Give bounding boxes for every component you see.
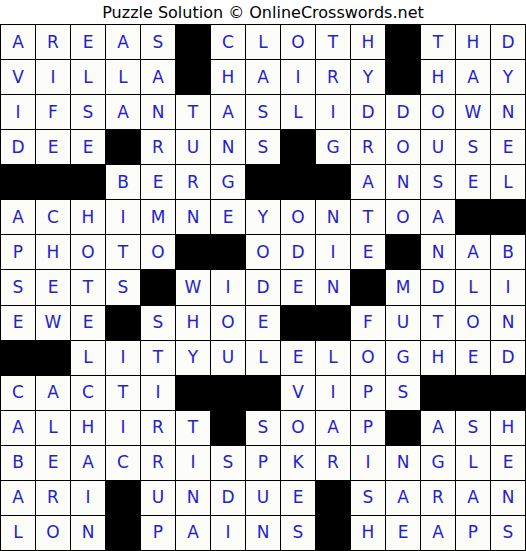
letter-cell: A bbox=[1, 200, 35, 234]
black-cell bbox=[176, 25, 210, 59]
letter-cell: E bbox=[491, 446, 525, 480]
black-cell bbox=[421, 376, 455, 410]
letter-cell: A bbox=[36, 376, 70, 410]
letter-cell: S bbox=[1, 270, 35, 304]
letter-cell: I bbox=[211, 516, 245, 550]
black-cell bbox=[386, 25, 420, 59]
letter-cell: I bbox=[36, 60, 70, 94]
letter-cell: B bbox=[491, 235, 525, 269]
letter-cell: T bbox=[316, 25, 350, 59]
letter-cell: O bbox=[421, 95, 455, 129]
letter-cell: C bbox=[106, 446, 140, 480]
letter-cell: P bbox=[456, 516, 490, 550]
letter-cell: R bbox=[36, 25, 70, 59]
letter-cell: E bbox=[1, 306, 35, 340]
letter-cell: O bbox=[211, 306, 245, 340]
letter-cell: A bbox=[106, 25, 140, 59]
letter-cell: D bbox=[246, 270, 280, 304]
letter-cell: L bbox=[246, 25, 280, 59]
letter-cell: A bbox=[351, 165, 385, 199]
letter-cell: L bbox=[246, 341, 280, 375]
letter-cell: U bbox=[176, 130, 210, 164]
letter-cell: S bbox=[386, 376, 420, 410]
letter-cell: I bbox=[176, 446, 210, 480]
letter-cell: S bbox=[246, 95, 280, 129]
letter-cell: E bbox=[456, 341, 490, 375]
letter-cell: W bbox=[456, 95, 490, 129]
letter-cell: D bbox=[211, 481, 245, 515]
letter-cell: E bbox=[36, 270, 70, 304]
letter-cell: L bbox=[491, 165, 525, 199]
letter-cell: D bbox=[491, 25, 525, 59]
letter-cell: S bbox=[351, 481, 385, 515]
letter-cell: I bbox=[316, 235, 350, 269]
letter-cell: N bbox=[141, 95, 175, 129]
black-cell bbox=[456, 200, 490, 234]
letter-cell: I bbox=[71, 481, 105, 515]
letter-cell: C bbox=[211, 25, 245, 59]
letter-cell: O bbox=[386, 130, 420, 164]
black-cell bbox=[386, 235, 420, 269]
letter-cell: N bbox=[491, 481, 525, 515]
letter-cell: I bbox=[211, 270, 245, 304]
black-cell bbox=[316, 165, 350, 199]
letter-cell: I bbox=[351, 446, 385, 480]
black-cell bbox=[491, 376, 525, 410]
letter-cell: N bbox=[71, 516, 105, 550]
letter-cell: R bbox=[421, 481, 455, 515]
black-cell bbox=[316, 306, 350, 340]
black-cell bbox=[176, 376, 210, 410]
page-title: Puzzle Solution © OnlineCrosswords.net bbox=[0, 0, 526, 24]
letter-cell: N bbox=[491, 95, 525, 129]
letter-cell: A bbox=[1, 411, 35, 445]
letter-cell: H bbox=[421, 341, 455, 375]
letter-cell: S bbox=[456, 411, 490, 445]
letter-cell: A bbox=[316, 411, 350, 445]
letter-cell: T bbox=[141, 341, 175, 375]
letter-cell: O bbox=[71, 235, 105, 269]
letter-cell: U bbox=[246, 481, 280, 515]
black-cell bbox=[246, 165, 280, 199]
black-cell bbox=[316, 481, 350, 515]
letter-cell: N bbox=[176, 200, 210, 234]
black-cell bbox=[106, 481, 140, 515]
letter-cell: T bbox=[421, 25, 455, 59]
letter-cell: R bbox=[316, 446, 350, 480]
letter-cell: H bbox=[176, 306, 210, 340]
letter-cell: S bbox=[106, 270, 140, 304]
letter-cell: I bbox=[491, 270, 525, 304]
crossword-grid: AREASCLOTHTHDVILLAHAIRYHAYIFSANTASLIDDOW… bbox=[0, 24, 526, 551]
letter-cell: O bbox=[281, 411, 315, 445]
letter-cell: A bbox=[71, 446, 105, 480]
letter-cell: V bbox=[1, 60, 35, 94]
black-cell bbox=[351, 270, 385, 304]
letter-cell: R bbox=[141, 411, 175, 445]
letter-cell: E bbox=[211, 200, 245, 234]
letter-cell: D bbox=[281, 235, 315, 269]
letter-cell: S bbox=[246, 130, 280, 164]
letter-cell: U bbox=[211, 341, 245, 375]
letter-cell: N bbox=[421, 235, 455, 269]
black-cell bbox=[281, 306, 315, 340]
letter-cell: N bbox=[176, 481, 210, 515]
letter-cell: S bbox=[246, 411, 280, 445]
letter-cell: N bbox=[316, 200, 350, 234]
letter-cell: U bbox=[386, 306, 420, 340]
black-cell bbox=[456, 376, 490, 410]
letter-cell: N bbox=[491, 306, 525, 340]
letter-cell: S bbox=[71, 95, 105, 129]
letter-cell: A bbox=[176, 516, 210, 550]
black-cell bbox=[36, 341, 70, 375]
letter-cell: E bbox=[456, 165, 490, 199]
black-cell bbox=[316, 516, 350, 550]
letter-cell: E bbox=[281, 341, 315, 375]
letter-cell: A bbox=[421, 411, 455, 445]
letter-cell: S bbox=[456, 130, 490, 164]
letter-cell: E bbox=[386, 516, 420, 550]
letter-cell: N bbox=[386, 165, 420, 199]
letter-cell: T bbox=[176, 411, 210, 445]
letter-cell: T bbox=[351, 200, 385, 234]
letter-cell: C bbox=[36, 200, 70, 234]
letter-cell: V bbox=[281, 376, 315, 410]
letter-cell: L bbox=[1, 516, 35, 550]
letter-cell: A bbox=[1, 481, 35, 515]
letter-cell: A bbox=[1, 25, 35, 59]
letter-cell: H bbox=[71, 411, 105, 445]
letter-cell: D bbox=[351, 95, 385, 129]
letter-cell: I bbox=[141, 376, 175, 410]
black-cell bbox=[386, 411, 420, 445]
letter-cell: A bbox=[456, 235, 490, 269]
letter-cell: R bbox=[36, 481, 70, 515]
black-cell bbox=[71, 165, 105, 199]
letter-cell: H bbox=[421, 60, 455, 94]
letter-cell: A bbox=[456, 481, 490, 515]
letter-cell: Y bbox=[246, 200, 280, 234]
letter-cell: I bbox=[1, 95, 35, 129]
letter-cell: O bbox=[141, 235, 175, 269]
letter-cell: O bbox=[281, 25, 315, 59]
letter-cell: F bbox=[351, 306, 385, 340]
letter-cell: H bbox=[491, 411, 525, 445]
letter-cell: S bbox=[421, 165, 455, 199]
letter-cell: P bbox=[351, 411, 385, 445]
letter-cell: H bbox=[351, 516, 385, 550]
letter-cell: L bbox=[71, 341, 105, 375]
black-cell bbox=[211, 376, 245, 410]
letter-cell: O bbox=[36, 516, 70, 550]
letter-cell: I bbox=[106, 200, 140, 234]
letter-cell: A bbox=[386, 481, 420, 515]
letter-cell: A bbox=[141, 60, 175, 94]
letter-cell: A bbox=[421, 200, 455, 234]
letter-cell: P bbox=[246, 446, 280, 480]
letter-cell: R bbox=[316, 60, 350, 94]
letter-cell: R bbox=[141, 130, 175, 164]
letter-cell: N bbox=[386, 446, 420, 480]
letter-cell: G bbox=[386, 341, 420, 375]
letter-cell: P bbox=[141, 516, 175, 550]
letter-cell: E bbox=[281, 481, 315, 515]
letter-cell: A bbox=[211, 95, 245, 129]
letter-cell: G bbox=[211, 165, 245, 199]
letter-cell: L bbox=[36, 411, 70, 445]
letter-cell: R bbox=[176, 165, 210, 199]
letter-cell: K bbox=[281, 446, 315, 480]
letter-cell: E bbox=[491, 130, 525, 164]
letter-cell: N bbox=[316, 270, 350, 304]
black-cell bbox=[106, 130, 140, 164]
letter-cell: W bbox=[176, 270, 210, 304]
letter-cell: L bbox=[456, 446, 490, 480]
letter-cell: E bbox=[281, 270, 315, 304]
letter-cell: W bbox=[36, 306, 70, 340]
letter-cell: Y bbox=[176, 341, 210, 375]
letter-cell: S bbox=[491, 516, 525, 550]
letter-cell: E bbox=[246, 306, 280, 340]
letter-cell: O bbox=[351, 341, 385, 375]
black-cell bbox=[1, 341, 35, 375]
letter-cell: H bbox=[36, 235, 70, 269]
letter-cell: O bbox=[456, 306, 490, 340]
letter-cell: E bbox=[141, 165, 175, 199]
letter-cell: L bbox=[71, 60, 105, 94]
letter-cell: S bbox=[141, 25, 175, 59]
letter-cell: F bbox=[36, 95, 70, 129]
letter-cell: R bbox=[351, 130, 385, 164]
letter-cell: L bbox=[456, 270, 490, 304]
letter-cell: H bbox=[211, 60, 245, 94]
letter-cell: U bbox=[421, 130, 455, 164]
letter-cell: D bbox=[1, 130, 35, 164]
letter-cell: E bbox=[71, 25, 105, 59]
puzzle-solution-page: Puzzle Solution © OnlineCrosswords.net A… bbox=[0, 0, 526, 551]
letter-cell: E bbox=[351, 235, 385, 269]
letter-cell: P bbox=[1, 235, 35, 269]
black-cell bbox=[281, 130, 315, 164]
black-cell bbox=[281, 165, 315, 199]
black-cell bbox=[211, 411, 245, 445]
letter-cell: A bbox=[246, 60, 280, 94]
letter-cell: T bbox=[421, 306, 455, 340]
letter-cell: L bbox=[316, 341, 350, 375]
black-cell bbox=[141, 270, 175, 304]
black-cell bbox=[106, 516, 140, 550]
letter-cell: T bbox=[71, 270, 105, 304]
letter-cell: E bbox=[71, 130, 105, 164]
letter-cell: N bbox=[246, 516, 280, 550]
letter-cell: Y bbox=[351, 60, 385, 94]
black-cell bbox=[1, 165, 35, 199]
black-cell bbox=[106, 306, 140, 340]
black-cell bbox=[176, 235, 210, 269]
letter-cell: T bbox=[106, 235, 140, 269]
letter-cell: I bbox=[316, 376, 350, 410]
letter-cell: Y bbox=[491, 60, 525, 94]
letter-cell: I bbox=[106, 341, 140, 375]
letter-cell: C bbox=[71, 376, 105, 410]
letter-cell: T bbox=[176, 95, 210, 129]
letter-cell: D bbox=[386, 95, 420, 129]
letter-cell: T bbox=[106, 376, 140, 410]
letter-cell: E bbox=[36, 446, 70, 480]
letter-cell: E bbox=[36, 130, 70, 164]
letter-cell: U bbox=[141, 481, 175, 515]
letter-cell: E bbox=[71, 306, 105, 340]
letter-cell: A bbox=[456, 60, 490, 94]
letter-cell: I bbox=[106, 411, 140, 445]
letter-cell: A bbox=[421, 516, 455, 550]
letter-cell: G bbox=[316, 130, 350, 164]
letter-cell: B bbox=[106, 165, 140, 199]
black-cell bbox=[211, 235, 245, 269]
letter-cell: P bbox=[351, 376, 385, 410]
black-cell bbox=[176, 60, 210, 94]
letter-cell: S bbox=[211, 446, 245, 480]
black-cell bbox=[36, 165, 70, 199]
letter-cell: N bbox=[211, 130, 245, 164]
letter-cell: L bbox=[106, 60, 140, 94]
black-cell bbox=[246, 376, 280, 410]
letter-cell: H bbox=[456, 25, 490, 59]
letter-cell: R bbox=[141, 446, 175, 480]
letter-cell: M bbox=[141, 200, 175, 234]
black-cell bbox=[386, 60, 420, 94]
letter-cell: C bbox=[1, 376, 35, 410]
letter-cell: D bbox=[491, 341, 525, 375]
letter-cell: O bbox=[281, 200, 315, 234]
letter-cell: M bbox=[386, 270, 420, 304]
letter-cell: H bbox=[71, 200, 105, 234]
letter-cell: D bbox=[421, 270, 455, 304]
letter-cell: I bbox=[281, 60, 315, 94]
letter-cell: I bbox=[316, 95, 350, 129]
letter-cell: O bbox=[246, 235, 280, 269]
letter-cell: O bbox=[386, 200, 420, 234]
letter-cell: S bbox=[281, 516, 315, 550]
black-cell bbox=[491, 200, 525, 234]
letter-cell: A bbox=[106, 95, 140, 129]
letter-cell: H bbox=[351, 25, 385, 59]
letter-cell: G bbox=[421, 446, 455, 480]
letter-cell: S bbox=[141, 306, 175, 340]
letter-cell: B bbox=[1, 446, 35, 480]
letter-cell: L bbox=[281, 95, 315, 129]
